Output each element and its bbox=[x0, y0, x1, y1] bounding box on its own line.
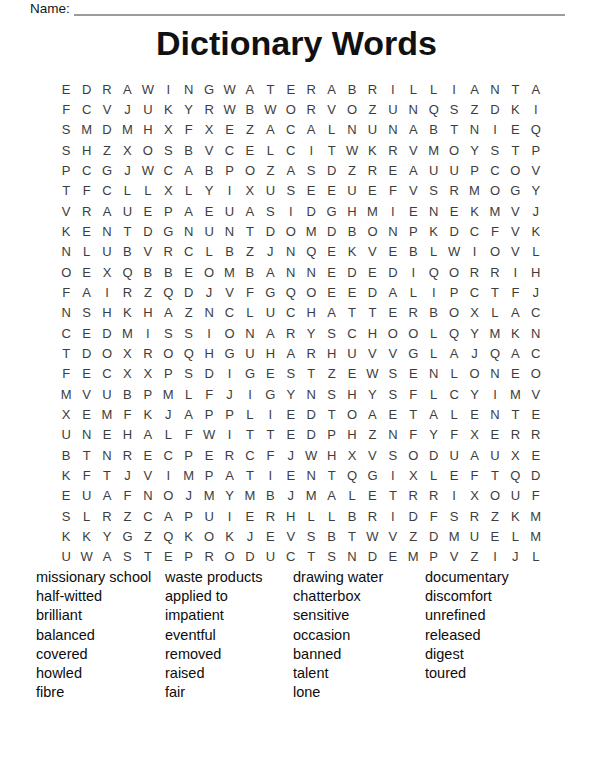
grid-cell[interactable]: W bbox=[138, 79, 158, 99]
grid-cell[interactable]: U bbox=[76, 486, 96, 506]
grid-cell[interactable]: W bbox=[219, 99, 239, 119]
grid-cell[interactable]: U bbox=[199, 221, 219, 241]
grid-cell[interactable]: Q bbox=[342, 465, 362, 485]
grid-cell[interactable]: F bbox=[76, 465, 96, 485]
grid-cell[interactable]: P bbox=[199, 404, 219, 424]
grid-cell[interactable]: D bbox=[76, 343, 96, 363]
grid-cell[interactable]: Q bbox=[158, 282, 178, 302]
grid-cell[interactable]: E bbox=[321, 181, 341, 201]
grid-cell[interactable]: I bbox=[97, 282, 117, 302]
grid-cell[interactable]: Z bbox=[342, 160, 362, 180]
grid-cell[interactable]: A bbox=[138, 425, 158, 445]
grid-cell[interactable]: D bbox=[138, 221, 158, 241]
grid-cell[interactable]: H bbox=[138, 120, 158, 140]
grid-cell[interactable]: B bbox=[117, 242, 137, 262]
grid-cell[interactable]: I bbox=[383, 201, 403, 221]
grid-cell[interactable]: C bbox=[219, 140, 239, 160]
grid-cell[interactable]: S bbox=[56, 506, 76, 526]
grid-cell[interactable]: W bbox=[199, 425, 219, 445]
grid-cell[interactable]: I bbox=[199, 323, 219, 343]
grid-cell[interactable]: N bbox=[301, 384, 321, 404]
grid-cell[interactable]: I bbox=[301, 140, 321, 160]
grid-cell[interactable]: M bbox=[117, 120, 137, 140]
grid-cell[interactable]: B bbox=[260, 486, 280, 506]
grid-cell[interactable]: R bbox=[383, 140, 403, 160]
grid-cell[interactable]: E bbox=[526, 445, 546, 465]
grid-cell[interactable]: A bbox=[321, 303, 341, 323]
grid-cell[interactable]: N bbox=[342, 547, 362, 567]
grid-cell[interactable]: U bbox=[260, 303, 280, 323]
grid-cell[interactable]: L bbox=[178, 181, 198, 201]
grid-cell[interactable]: R bbox=[158, 242, 178, 262]
grid-cell[interactable]: A bbox=[260, 323, 280, 343]
grid-cell[interactable]: E bbox=[199, 445, 219, 465]
grid-cell[interactable]: F bbox=[56, 99, 76, 119]
grid-cell[interactable]: B bbox=[158, 262, 178, 282]
grid-cell[interactable]: E bbox=[444, 201, 464, 221]
grid-cell[interactable]: C bbox=[281, 547, 301, 567]
grid-cell[interactable]: K bbox=[56, 526, 76, 546]
grid-cell[interactable]: T bbox=[260, 425, 280, 445]
grid-cell[interactable]: C bbox=[485, 160, 505, 180]
grid-cell[interactable]: G bbox=[260, 384, 280, 404]
grid-cell[interactable]: G bbox=[199, 79, 219, 99]
grid-cell[interactable]: I bbox=[219, 364, 239, 384]
grid-cell[interactable]: A bbox=[97, 201, 117, 221]
grid-cell[interactable]: J bbox=[281, 445, 301, 465]
grid-cell[interactable]: Y bbox=[464, 323, 484, 343]
grid-cell[interactable]: B bbox=[199, 160, 219, 180]
grid-cell[interactable]: J bbox=[526, 201, 546, 221]
grid-cell[interactable]: C bbox=[281, 303, 301, 323]
grid-cell[interactable]: K bbox=[362, 140, 382, 160]
grid-cell[interactable]: L bbox=[240, 303, 260, 323]
grid-cell[interactable]: S bbox=[301, 526, 321, 546]
grid-cell[interactable]: B bbox=[342, 79, 362, 99]
grid-cell[interactable]: T bbox=[56, 181, 76, 201]
grid-cell[interactable]: E bbox=[321, 242, 341, 262]
grid-cell[interactable]: D bbox=[444, 221, 464, 241]
grid-cell[interactable]: A bbox=[281, 343, 301, 363]
grid-cell[interactable]: F bbox=[76, 181, 96, 201]
grid-cell[interactable]: V bbox=[505, 242, 525, 262]
grid-cell[interactable]: T bbox=[301, 364, 321, 384]
grid-cell[interactable]: Y bbox=[464, 140, 484, 160]
grid-cell[interactable]: F bbox=[505, 282, 525, 302]
grid-cell[interactable]: A bbox=[260, 262, 280, 282]
grid-cell[interactable]: V bbox=[526, 384, 546, 404]
grid-cell[interactable]: U bbox=[138, 99, 158, 119]
grid-cell[interactable]: E bbox=[138, 445, 158, 465]
grid-cell[interactable]: D bbox=[321, 221, 341, 241]
grid-cell[interactable]: V bbox=[97, 99, 117, 119]
grid-cell[interactable]: U bbox=[56, 425, 76, 445]
grid-cell[interactable]: X bbox=[464, 303, 484, 323]
grid-cell[interactable]: F bbox=[423, 506, 443, 526]
grid-cell[interactable]: T bbox=[321, 465, 341, 485]
grid-cell[interactable]: O bbox=[464, 364, 484, 384]
grid-cell[interactable]: G bbox=[362, 465, 382, 485]
grid-cell[interactable]: F bbox=[464, 465, 484, 485]
grid-cell[interactable]: X bbox=[464, 486, 484, 506]
grid-cell[interactable]: A bbox=[444, 343, 464, 363]
grid-cell[interactable]: Z bbox=[97, 140, 117, 160]
grid-cell[interactable]: C bbox=[76, 99, 96, 119]
grid-cell[interactable]: L bbox=[321, 506, 341, 526]
grid-cell[interactable]: H bbox=[301, 303, 321, 323]
grid-cell[interactable]: O bbox=[485, 486, 505, 506]
grid-cell[interactable]: M bbox=[240, 486, 260, 506]
grid-cell[interactable]: P bbox=[138, 384, 158, 404]
grid-cell[interactable]: K bbox=[178, 526, 198, 546]
grid-cell[interactable]: I bbox=[485, 547, 505, 567]
grid-cell[interactable]: F bbox=[403, 425, 423, 445]
grid-cell[interactable]: E bbox=[362, 262, 382, 282]
grid-cell[interactable]: Y bbox=[199, 181, 219, 201]
grid-cell[interactable]: B bbox=[342, 506, 362, 526]
grid-cell[interactable]: V bbox=[403, 181, 423, 201]
grid-cell[interactable]: I bbox=[158, 79, 178, 99]
grid-cell[interactable]: M bbox=[56, 384, 76, 404]
grid-cell[interactable]: F bbox=[485, 221, 505, 241]
grid-cell[interactable]: E bbox=[281, 465, 301, 485]
grid-cell[interactable]: S bbox=[383, 364, 403, 384]
grid-cell[interactable]: M bbox=[76, 120, 96, 140]
grid-cell[interactable]: L bbox=[76, 506, 96, 526]
grid-cell[interactable]: Q bbox=[423, 262, 443, 282]
grid-cell[interactable]: T bbox=[342, 303, 362, 323]
grid-cell[interactable]: T bbox=[240, 465, 260, 485]
grid-cell[interactable]: A bbox=[76, 282, 96, 302]
grid-cell[interactable]: K bbox=[158, 99, 178, 119]
grid-cell[interactable]: L bbox=[526, 242, 546, 262]
grid-cell[interactable]: G bbox=[505, 181, 525, 201]
grid-cell[interactable]: D bbox=[301, 425, 321, 445]
grid-cell[interactable]: F bbox=[178, 120, 198, 140]
grid-cell[interactable]: D bbox=[97, 120, 117, 140]
grid-cell[interactable]: D bbox=[178, 282, 198, 302]
grid-cell[interactable]: Z bbox=[117, 506, 137, 526]
grid-cell[interactable]: G bbox=[240, 364, 260, 384]
grid-cell[interactable]: L bbox=[423, 79, 443, 99]
grid-cell[interactable]: A bbox=[178, 160, 198, 180]
grid-cell[interactable]: N bbox=[485, 79, 505, 99]
grid-cell[interactable]: H bbox=[362, 323, 382, 343]
grid-cell[interactable]: R bbox=[362, 506, 382, 526]
grid-cell[interactable]: O bbox=[138, 140, 158, 160]
grid-cell[interactable]: D bbox=[423, 526, 443, 546]
grid-cell[interactable]: L bbox=[199, 242, 219, 262]
grid-cell[interactable]: I bbox=[403, 262, 423, 282]
grid-cell[interactable]: P bbox=[158, 201, 178, 221]
grid-cell[interactable]: U bbox=[362, 120, 382, 140]
grid-cell[interactable]: A bbox=[117, 79, 137, 99]
grid-cell[interactable]: Y bbox=[178, 99, 198, 119]
grid-cell[interactable]: S bbox=[281, 364, 301, 384]
grid-cell[interactable]: I bbox=[444, 79, 464, 99]
grid-cell[interactable]: O bbox=[199, 526, 219, 546]
name-input-line[interactable] bbox=[74, 2, 565, 16]
grid-cell[interactable]: X bbox=[158, 120, 178, 140]
grid-cell[interactable]: X bbox=[158, 181, 178, 201]
grid-cell[interactable]: K bbox=[526, 221, 546, 241]
grid-cell[interactable]: E bbox=[281, 425, 301, 445]
grid-cell[interactable]: D bbox=[76, 79, 96, 99]
grid-cell[interactable]: S bbox=[444, 506, 464, 526]
grid-cell[interactable]: A bbox=[403, 160, 423, 180]
grid-cell[interactable]: W bbox=[76, 547, 96, 567]
grid-cell[interactable]: D bbox=[301, 404, 321, 424]
grid-cell[interactable]: U bbox=[383, 99, 403, 119]
grid-cell[interactable]: E bbox=[383, 303, 403, 323]
grid-cell[interactable]: C bbox=[526, 343, 546, 363]
grid-cell[interactable]: N bbox=[342, 120, 362, 140]
grid-cell[interactable]: D bbox=[199, 364, 219, 384]
grid-cell[interactable]: E bbox=[76, 221, 96, 241]
grid-cell[interactable]: E bbox=[505, 120, 525, 140]
grid-cell[interactable]: L bbox=[178, 384, 198, 404]
grid-cell[interactable]: C bbox=[281, 120, 301, 140]
grid-cell[interactable]: M bbox=[301, 486, 321, 506]
grid-cell[interactable]: L bbox=[158, 425, 178, 445]
grid-cell[interactable]: E bbox=[240, 140, 260, 160]
grid-cell[interactable]: L bbox=[526, 547, 546, 567]
grid-cell[interactable]: P bbox=[158, 364, 178, 384]
grid-cell[interactable]: C bbox=[444, 384, 464, 404]
grid-cell[interactable]: L bbox=[444, 364, 464, 384]
grid-cell[interactable]: D bbox=[485, 99, 505, 119]
grid-cell[interactable]: C bbox=[464, 282, 484, 302]
grid-cell[interactable]: R bbox=[117, 282, 137, 302]
grid-cell[interactable]: K bbox=[56, 221, 76, 241]
grid-cell[interactable]: H bbox=[117, 425, 137, 445]
grid-cell[interactable]: E bbox=[97, 425, 117, 445]
grid-cell[interactable]: Y bbox=[281, 384, 301, 404]
grid-cell[interactable]: M bbox=[505, 384, 525, 404]
grid-cell[interactable]: X bbox=[56, 404, 76, 424]
grid-cell[interactable]: T bbox=[97, 465, 117, 485]
grid-cell[interactable]: D bbox=[260, 221, 280, 241]
grid-cell[interactable]: A bbox=[178, 201, 198, 221]
grid-cell[interactable]: Z bbox=[138, 526, 158, 546]
grid-cell[interactable]: I bbox=[260, 404, 280, 424]
grid-cell[interactable]: R bbox=[117, 445, 137, 465]
grid-cell[interactable]: O bbox=[526, 364, 546, 384]
grid-cell[interactable]: C bbox=[76, 160, 96, 180]
grid-cell[interactable]: S bbox=[178, 364, 198, 384]
grid-cell[interactable]: N bbox=[403, 99, 423, 119]
grid-cell[interactable]: M bbox=[301, 221, 321, 241]
grid-cell[interactable]: V bbox=[403, 140, 423, 160]
grid-cell[interactable]: R bbox=[464, 506, 484, 526]
grid-cell[interactable]: M bbox=[464, 181, 484, 201]
grid-cell[interactable]: K bbox=[505, 323, 525, 343]
grid-cell[interactable]: H bbox=[138, 303, 158, 323]
grid-cell[interactable]: R bbox=[138, 343, 158, 363]
grid-cell[interactable]: Q bbox=[423, 99, 443, 119]
grid-cell[interactable]: S bbox=[383, 445, 403, 465]
grid-cell[interactable]: E bbox=[362, 181, 382, 201]
grid-cell[interactable]: A bbox=[321, 486, 341, 506]
grid-cell[interactable]: A bbox=[464, 79, 484, 99]
grid-cell[interactable]: P bbox=[444, 282, 464, 302]
grid-cell[interactable]: L bbox=[505, 526, 525, 546]
grid-cell[interactable]: Y bbox=[526, 181, 546, 201]
grid-cell[interactable]: Z bbox=[362, 425, 382, 445]
grid-cell[interactable]: E bbox=[138, 201, 158, 221]
grid-cell[interactable]: K bbox=[342, 242, 362, 262]
grid-cell[interactable]: O bbox=[485, 242, 505, 262]
grid-cell[interactable]: T bbox=[321, 140, 341, 160]
grid-cell[interactable]: X bbox=[138, 364, 158, 384]
grid-cell[interactable]: C bbox=[526, 303, 546, 323]
grid-cell[interactable]: E bbox=[321, 282, 341, 302]
grid-cell[interactable]: C bbox=[56, 323, 76, 343]
grid-cell[interactable]: U bbox=[464, 526, 484, 546]
grid-cell[interactable]: D bbox=[362, 547, 382, 567]
grid-cell[interactable]: B bbox=[240, 262, 260, 282]
grid-cell[interactable]: Z bbox=[138, 282, 158, 302]
grid-cell[interactable]: J bbox=[158, 404, 178, 424]
grid-cell[interactable]: F bbox=[403, 384, 423, 404]
grid-cell[interactable]: V bbox=[138, 465, 158, 485]
grid-cell[interactable]: J bbox=[260, 242, 280, 262]
grid-cell[interactable]: T bbox=[383, 486, 403, 506]
grid-cell[interactable]: W bbox=[362, 526, 382, 546]
grid-cell[interactable]: U bbox=[444, 445, 464, 465]
grid-cell[interactable]: K bbox=[76, 526, 96, 546]
grid-cell[interactable]: O bbox=[199, 262, 219, 282]
grid-cell[interactable]: O bbox=[342, 99, 362, 119]
grid-cell[interactable]: P bbox=[526, 140, 546, 160]
grid-cell[interactable]: U bbox=[260, 547, 280, 567]
grid-cell[interactable]: R bbox=[464, 262, 484, 282]
grid-cell[interactable]: Y bbox=[301, 323, 321, 343]
grid-cell[interactable]: K bbox=[505, 99, 525, 119]
grid-cell[interactable]: E bbox=[76, 364, 96, 384]
grid-cell[interactable]: Z bbox=[321, 364, 341, 384]
grid-cell[interactable]: R bbox=[260, 506, 280, 526]
grid-cell[interactable]: E bbox=[485, 526, 505, 546]
grid-cell[interactable]: O bbox=[281, 221, 301, 241]
grid-cell[interactable]: L bbox=[301, 506, 321, 526]
grid-cell[interactable]: E bbox=[199, 201, 219, 221]
grid-cell[interactable]: O bbox=[485, 181, 505, 201]
grid-cell[interactable]: J bbox=[199, 282, 219, 302]
grid-cell[interactable]: R bbox=[97, 506, 117, 526]
grid-cell[interactable]: A bbox=[464, 445, 484, 465]
grid-cell[interactable]: O bbox=[281, 99, 301, 119]
grid-cell[interactable]: L bbox=[342, 486, 362, 506]
grid-cell[interactable]: W bbox=[219, 79, 239, 99]
grid-cell[interactable]: S bbox=[485, 140, 505, 160]
grid-cell[interactable]: E bbox=[260, 526, 280, 546]
grid-cell[interactable]: T bbox=[362, 303, 382, 323]
grid-cell[interactable]: J bbox=[281, 486, 301, 506]
grid-cell[interactable]: T bbox=[117, 221, 137, 241]
grid-cell[interactable]: G bbox=[219, 343, 239, 363]
grid-cell[interactable]: P bbox=[321, 425, 341, 445]
grid-cell[interactable]: B bbox=[423, 303, 443, 323]
grid-cell[interactable]: M bbox=[219, 262, 239, 282]
grid-cell[interactable]: O bbox=[342, 404, 362, 424]
grid-cell[interactable]: N bbox=[383, 425, 403, 445]
grid-cell[interactable]: N bbox=[76, 425, 96, 445]
grid-cell[interactable]: Z bbox=[178, 303, 198, 323]
grid-cell[interactable]: T bbox=[138, 547, 158, 567]
grid-cell[interactable]: P bbox=[464, 160, 484, 180]
grid-cell[interactable]: W bbox=[260, 99, 280, 119]
grid-cell[interactable]: Q bbox=[485, 343, 505, 363]
grid-cell[interactable]: V bbox=[321, 99, 341, 119]
grid-cell[interactable]: D bbox=[423, 445, 443, 465]
grid-cell[interactable]: B bbox=[117, 384, 137, 404]
grid-cell[interactable]: N bbox=[178, 79, 198, 99]
grid-cell[interactable]: H bbox=[342, 384, 362, 404]
grid-cell[interactable]: T bbox=[56, 343, 76, 363]
grid-cell[interactable]: O bbox=[97, 343, 117, 363]
grid-cell[interactable]: P bbox=[56, 160, 76, 180]
grid-cell[interactable]: U bbox=[219, 201, 239, 221]
grid-cell[interactable]: T bbox=[485, 282, 505, 302]
grid-cell[interactable]: L bbox=[423, 323, 443, 343]
grid-cell[interactable]: P bbox=[423, 547, 443, 567]
grid-cell[interactable]: F bbox=[56, 282, 76, 302]
grid-cell[interactable]: A bbox=[260, 120, 280, 140]
grid-cell[interactable]: B bbox=[423, 120, 443, 140]
grid-cell[interactable]: T bbox=[505, 404, 525, 424]
grid-cell[interactable]: R bbox=[219, 445, 239, 465]
grid-cell[interactable]: Q bbox=[281, 282, 301, 302]
grid-cell[interactable]: G bbox=[260, 282, 280, 302]
grid-cell[interactable]: A bbox=[423, 404, 443, 424]
grid-cell[interactable]: I bbox=[423, 282, 443, 302]
grid-cell[interactable]: L bbox=[485, 303, 505, 323]
grid-cell[interactable]: O bbox=[403, 445, 423, 465]
grid-cell[interactable]: H bbox=[321, 445, 341, 465]
grid-cell[interactable]: M bbox=[158, 384, 178, 404]
grid-cell[interactable]: H bbox=[76, 140, 96, 160]
grid-cell[interactable]: U bbox=[505, 486, 525, 506]
grid-cell[interactable]: A bbox=[505, 303, 525, 323]
grid-cell[interactable]: I bbox=[260, 465, 280, 485]
grid-cell[interactable]: C bbox=[219, 303, 239, 323]
grid-cell[interactable]: U bbox=[97, 384, 117, 404]
grid-cell[interactable]: W bbox=[362, 364, 382, 384]
grid-cell[interactable]: D bbox=[362, 282, 382, 302]
grid-cell[interactable]: E bbox=[444, 465, 464, 485]
grid-cell[interactable]: D bbox=[301, 201, 321, 221]
grid-cell[interactable]: I bbox=[219, 181, 239, 201]
grid-cell[interactable]: R bbox=[403, 303, 423, 323]
grid-cell[interactable]: S bbox=[260, 201, 280, 221]
grid-cell[interactable]: P bbox=[403, 221, 423, 241]
grid-cell[interactable]: O bbox=[158, 343, 178, 363]
grid-cell[interactable]: Q bbox=[301, 242, 321, 262]
grid-cell[interactable]: R bbox=[485, 262, 505, 282]
grid-cell[interactable]: K bbox=[138, 404, 158, 424]
grid-cell[interactable]: U bbox=[56, 547, 76, 567]
grid-cell[interactable]: D bbox=[321, 160, 341, 180]
grid-cell[interactable]: M bbox=[485, 201, 505, 221]
grid-cell[interactable]: F bbox=[260, 445, 280, 465]
grid-cell[interactable]: T bbox=[342, 526, 362, 546]
grid-cell[interactable]: N bbox=[56, 303, 76, 323]
grid-cell[interactable]: E bbox=[485, 425, 505, 445]
grid-cell[interactable]: R bbox=[301, 99, 321, 119]
grid-cell[interactable]: I bbox=[281, 201, 301, 221]
grid-cell[interactable]: C bbox=[97, 364, 117, 384]
